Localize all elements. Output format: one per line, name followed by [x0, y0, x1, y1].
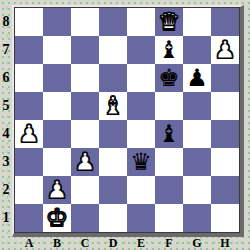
- rank-label-1: 1: [0, 204, 12, 232]
- piece-black-bishop[interactable]: ♝: [158, 36, 180, 64]
- file-label-d: D: [99, 236, 127, 250]
- square-d8[interactable]: [99, 8, 127, 36]
- square-f1[interactable]: [155, 204, 183, 232]
- square-h8[interactable]: [211, 8, 239, 36]
- rank-labels: 87654321: [0, 8, 12, 232]
- rank-label-6: 6: [0, 64, 12, 92]
- square-h1[interactable]: [211, 204, 239, 232]
- file-label-e: E: [127, 236, 155, 250]
- square-h6[interactable]: [211, 64, 239, 92]
- file-label-a: A: [15, 236, 43, 250]
- square-b2[interactable]: ♟: [43, 176, 71, 204]
- piece-black-bishop[interactable]: ♝: [158, 120, 180, 148]
- piece-white-pawn[interactable]: ♟: [214, 36, 236, 64]
- square-h5[interactable]: [211, 92, 239, 120]
- chess-board: ♛♝♟♚♟♝♟♝♟♛♟♚: [14, 7, 240, 233]
- piece-black-king[interactable]: ♚: [158, 64, 180, 92]
- square-e6[interactable]: [127, 64, 155, 92]
- square-c6[interactable]: [71, 64, 99, 92]
- square-g1[interactable]: [183, 204, 211, 232]
- square-g4[interactable]: [183, 120, 211, 148]
- square-a2[interactable]: [15, 176, 43, 204]
- square-c3[interactable]: ♟: [71, 148, 99, 176]
- square-g8[interactable]: [183, 8, 211, 36]
- file-label-f: F: [155, 236, 183, 250]
- file-label-b: B: [43, 236, 71, 250]
- chess-diagram: 87654321 ♛♝♟♚♟♝♟♝♟♛♟♚ ABCDEFGH: [0, 0, 250, 250]
- square-c7[interactable]: [71, 36, 99, 64]
- piece-white-queen[interactable]: ♛: [158, 8, 180, 36]
- square-d4[interactable]: [99, 120, 127, 148]
- square-f6[interactable]: ♚: [155, 64, 183, 92]
- square-g2[interactable]: [183, 176, 211, 204]
- square-d5[interactable]: ♝: [99, 92, 127, 120]
- piece-white-pawn[interactable]: ♟: [18, 120, 40, 148]
- square-d3[interactable]: [99, 148, 127, 176]
- square-g3[interactable]: [183, 148, 211, 176]
- square-c4[interactable]: [71, 120, 99, 148]
- square-d1[interactable]: [99, 204, 127, 232]
- file-label-c: C: [71, 236, 99, 250]
- file-labels: ABCDEFGH: [15, 236, 239, 250]
- square-b4[interactable]: [43, 120, 71, 148]
- piece-white-pawn[interactable]: ♟: [74, 148, 96, 176]
- rank-label-3: 3: [0, 148, 12, 176]
- square-f8[interactable]: ♛: [155, 8, 183, 36]
- square-e2[interactable]: [127, 176, 155, 204]
- square-a4[interactable]: ♟: [15, 120, 43, 148]
- square-e8[interactable]: [127, 8, 155, 36]
- square-d7[interactable]: [99, 36, 127, 64]
- square-d2[interactable]: [99, 176, 127, 204]
- square-h4[interactable]: [211, 120, 239, 148]
- square-b3[interactable]: [43, 148, 71, 176]
- square-g7[interactable]: [183, 36, 211, 64]
- board-frame: ♛♝♟♚♟♝♟♝♟♛♟♚: [12, 5, 244, 237]
- square-d6[interactable]: [99, 64, 127, 92]
- square-b6[interactable]: [43, 64, 71, 92]
- square-g5[interactable]: [183, 92, 211, 120]
- piece-white-bishop[interactable]: ♝: [102, 92, 124, 120]
- piece-white-king[interactable]: ♚: [46, 204, 68, 232]
- square-h2[interactable]: [211, 176, 239, 204]
- square-f5[interactable]: [155, 92, 183, 120]
- square-b7[interactable]: [43, 36, 71, 64]
- square-e1[interactable]: [127, 204, 155, 232]
- square-a3[interactable]: [15, 148, 43, 176]
- square-f2[interactable]: [155, 176, 183, 204]
- piece-white-pawn[interactable]: ♟: [46, 176, 68, 204]
- piece-black-queen[interactable]: ♛: [130, 148, 152, 176]
- square-b5[interactable]: [43, 92, 71, 120]
- square-c5[interactable]: [71, 92, 99, 120]
- square-f3[interactable]: [155, 148, 183, 176]
- rank-label-4: 4: [0, 120, 12, 148]
- square-b8[interactable]: [43, 8, 71, 36]
- square-c2[interactable]: [71, 176, 99, 204]
- square-c1[interactable]: [71, 204, 99, 232]
- square-f7[interactable]: ♝: [155, 36, 183, 64]
- square-a1[interactable]: [15, 204, 43, 232]
- square-b1[interactable]: ♚: [43, 204, 71, 232]
- rank-label-2: 2: [0, 176, 12, 204]
- square-h7[interactable]: ♟: [211, 36, 239, 64]
- piece-black-pawn[interactable]: ♟: [186, 64, 208, 92]
- square-e7[interactable]: [127, 36, 155, 64]
- file-label-g: G: [183, 236, 211, 250]
- square-e4[interactable]: [127, 120, 155, 148]
- square-e3[interactable]: ♛: [127, 148, 155, 176]
- rank-label-5: 5: [0, 92, 12, 120]
- file-label-h: H: [211, 236, 239, 250]
- square-h3[interactable]: [211, 148, 239, 176]
- square-a6[interactable]: [15, 64, 43, 92]
- square-g6[interactable]: ♟: [183, 64, 211, 92]
- rank-label-7: 7: [0, 36, 12, 64]
- rank-label-8: 8: [0, 8, 12, 36]
- square-a7[interactable]: [15, 36, 43, 64]
- square-f4[interactable]: ♝: [155, 120, 183, 148]
- square-c8[interactable]: [71, 8, 99, 36]
- square-a8[interactable]: [15, 8, 43, 36]
- square-a5[interactable]: [15, 92, 43, 120]
- square-e5[interactable]: [127, 92, 155, 120]
